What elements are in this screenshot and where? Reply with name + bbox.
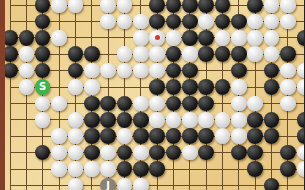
white-stone [84, 79, 100, 95]
black-stone [166, 46, 182, 62]
white-stone [247, 46, 263, 62]
black-stone [198, 46, 214, 62]
white-stone [133, 145, 149, 161]
white-stone [68, 178, 84, 190]
white-stone [117, 178, 133, 190]
white-stone [297, 63, 305, 79]
white-stone [68, 0, 84, 13]
white-stone [84, 161, 100, 177]
black-stone [215, 0, 231, 13]
black-stone [149, 128, 165, 144]
white-stone [247, 96, 263, 112]
grid-line-vertical [10, 0, 11, 190]
white-stone [100, 14, 116, 30]
white-stone [297, 161, 305, 177]
black-stone [35, 30, 51, 46]
white-stone [231, 112, 247, 128]
white-stone [198, 112, 214, 128]
white-stone [133, 63, 149, 79]
black-stone [35, 63, 51, 79]
black-stone [84, 46, 100, 62]
black-stone [280, 46, 296, 62]
white-stone [133, 96, 149, 112]
white-stone [182, 145, 198, 161]
black-stone [182, 30, 198, 46]
black-stone [117, 112, 133, 128]
white-stone [297, 79, 305, 95]
white-stone [198, 14, 214, 30]
go-board[interactable]: SJ [0, 0, 304, 190]
black-stone [117, 96, 133, 112]
white-stone [19, 63, 35, 79]
black-stone [264, 79, 280, 95]
white-stone [133, 30, 149, 46]
black-stone [247, 145, 263, 161]
black-stone [35, 0, 51, 13]
white-stone [280, 63, 296, 79]
white-stone [68, 161, 84, 177]
black-stone [149, 79, 165, 95]
black-stone [117, 161, 133, 177]
black-stone [149, 161, 165, 177]
black-stone [297, 30, 305, 46]
black-stone [297, 128, 305, 144]
white-stone [297, 145, 305, 161]
black-stone [166, 128, 182, 144]
white-stone [231, 128, 247, 144]
black-stone [35, 145, 51, 161]
black-stone [264, 63, 280, 79]
white-stone [149, 63, 165, 79]
white-stone [100, 161, 116, 177]
white-stone [51, 128, 67, 144]
white-stone [35, 96, 51, 112]
black-stone [166, 145, 182, 161]
black-stone [297, 112, 305, 128]
white-stone [133, 46, 149, 62]
black-stone [182, 63, 198, 79]
black-stone [247, 161, 263, 177]
white-stone [68, 112, 84, 128]
black-stone [133, 112, 149, 128]
black-stone [149, 0, 165, 13]
black-stone [198, 0, 214, 13]
black-stone [35, 14, 51, 30]
black-stone [215, 46, 231, 62]
white-stone [280, 79, 296, 95]
white-stone [100, 63, 116, 79]
black-stone [84, 128, 100, 144]
black-stone [166, 63, 182, 79]
black-stone [198, 145, 214, 161]
white-stone [247, 30, 263, 46]
grid-line-horizontal [10, 185, 305, 186]
white-stone [117, 46, 133, 62]
white-stone [215, 128, 231, 144]
white-stone [35, 112, 51, 128]
black-stone [149, 145, 165, 161]
black-stone [84, 112, 100, 128]
black-stone [247, 128, 263, 144]
black-stone [182, 128, 198, 144]
black-stone [247, 112, 263, 128]
black-stone [149, 14, 165, 30]
white-stone [166, 112, 182, 128]
white-stone [182, 112, 198, 128]
black-stone [84, 96, 100, 112]
white-stone [264, 46, 280, 62]
white-stone [280, 14, 296, 30]
black-stone [247, 0, 263, 13]
white-stone [215, 112, 231, 128]
label-marker-j: J [100, 178, 116, 190]
black-stone [19, 30, 35, 46]
white-stone [149, 112, 165, 128]
black-stone [264, 128, 280, 144]
black-stone [198, 128, 214, 144]
black-stone [198, 96, 214, 112]
black-stone [166, 79, 182, 95]
last-move-dot [155, 35, 160, 40]
black-stone [182, 14, 198, 30]
black-stone [68, 46, 84, 62]
white-stone [264, 30, 280, 46]
black-stone [182, 79, 198, 95]
black-stone [182, 96, 198, 112]
black-stone [68, 63, 84, 79]
white-stone [51, 0, 67, 13]
white-stone [133, 178, 149, 190]
black-stone [182, 0, 198, 13]
black-stone [100, 96, 116, 112]
white-stone [166, 30, 182, 46]
white-stone [231, 96, 247, 112]
black-stone [35, 46, 51, 62]
white-stone [231, 30, 247, 46]
label-marker-s: S [35, 79, 51, 95]
black-stone [166, 0, 182, 13]
white-stone [68, 79, 84, 95]
white-stone [280, 96, 296, 112]
white-stone [100, 145, 116, 161]
white-stone [280, 0, 296, 13]
black-stone [215, 14, 231, 30]
white-stone [117, 128, 133, 144]
black-stone [231, 63, 247, 79]
white-stone [84, 63, 100, 79]
white-stone [51, 30, 67, 46]
black-stone [280, 145, 296, 161]
white-stone [68, 145, 84, 161]
white-stone [51, 145, 67, 161]
grid-line-vertical [26, 0, 27, 190]
white-stone [51, 96, 67, 112]
black-stone [133, 161, 149, 177]
white-stone [68, 128, 84, 144]
white-stone [149, 46, 165, 62]
white-stone [133, 14, 149, 30]
black-stone [117, 145, 133, 161]
white-stone [231, 79, 247, 95]
black-stone [198, 30, 214, 46]
white-stone [19, 46, 35, 62]
board-left-edge [0, 0, 5, 190]
black-stone [166, 96, 182, 112]
white-stone [149, 96, 165, 112]
black-stone [215, 79, 231, 95]
white-stone [19, 79, 35, 95]
black-stone [264, 178, 280, 190]
white-stone [117, 14, 133, 30]
black-stone [231, 46, 247, 62]
black-stone [231, 14, 247, 30]
black-stone [84, 145, 100, 161]
go-app-screenshot: SJ [0, 0, 304, 190]
black-stone [280, 161, 296, 177]
white-stone [117, 63, 133, 79]
white-stone [51, 161, 67, 177]
white-stone [100, 0, 116, 13]
black-stone [133, 128, 149, 144]
black-stone [100, 112, 116, 128]
white-stone [117, 0, 133, 13]
black-stone [231, 145, 247, 161]
white-stone [182, 46, 198, 62]
white-stone [264, 0, 280, 13]
white-stone [215, 30, 231, 46]
black-stone [166, 14, 182, 30]
black-stone [264, 112, 280, 128]
black-stone [198, 79, 214, 95]
white-stone [247, 14, 263, 30]
white-stone [264, 14, 280, 30]
black-stone [100, 128, 116, 144]
